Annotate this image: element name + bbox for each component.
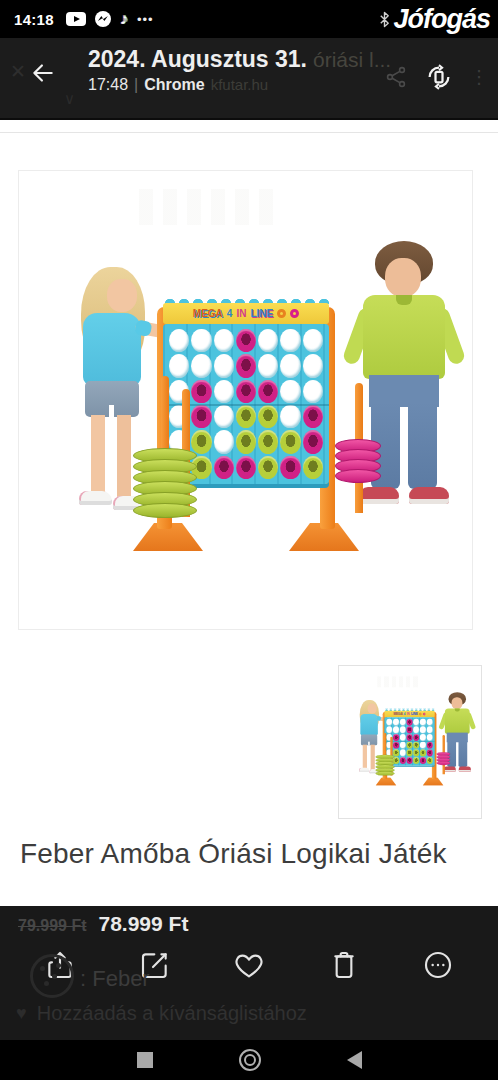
- empty-slot: [303, 354, 323, 377]
- green-disc: [258, 430, 278, 453]
- favorite-icon[interactable]: [233, 949, 265, 981]
- magenta-disc: [393, 734, 399, 741]
- empty-slot: [214, 354, 234, 377]
- empty-slot: [169, 329, 189, 352]
- green-ring: [133, 503, 197, 518]
- clock: 14:18: [14, 11, 54, 28]
- empty-slot: [400, 749, 406, 756]
- ghost-chevron-icon: ∨: [64, 90, 75, 108]
- banner-word: MEGA: [193, 308, 223, 319]
- magenta-disc: [214, 456, 234, 479]
- empty-slot: [427, 726, 433, 733]
- wishlist-label: Hozzáadás a kívánságlistához: [37, 1002, 307, 1025]
- product-photo-scene: MEGA 4 IN LINE: [341, 671, 478, 809]
- price-row: 79.999 Ft 78.999 Ft: [18, 912, 188, 936]
- ghost-brand-logo: [30, 954, 74, 998]
- green-disc: [406, 749, 412, 756]
- youtube-icon: [66, 12, 86, 26]
- delete-icon[interactable]: [328, 949, 360, 981]
- empty-slot: [393, 726, 399, 733]
- banner-word: 4: [227, 308, 233, 319]
- tiktok-icon: ♪: [120, 11, 128, 27]
- empty-slot: [214, 380, 234, 403]
- recents-icon[interactable]: [137, 1052, 153, 1068]
- main-product-photo[interactable]: MEGA 4 IN LINE: [18, 170, 473, 630]
- home-icon[interactable]: [239, 1049, 261, 1071]
- green-disc: [280, 430, 300, 453]
- empty-slot: [303, 380, 323, 403]
- current-price: 78.999 Ft: [98, 912, 188, 936]
- photo-watermark: [139, 189, 279, 225]
- magenta-disc: [420, 757, 426, 764]
- banner-ring-pink: [423, 713, 426, 716]
- photo-toolbar: [0, 936, 498, 994]
- magenta-disc: [303, 430, 323, 453]
- magenta-disc: [406, 734, 412, 741]
- magenta-disc: [191, 405, 211, 428]
- magenta-disc: [393, 742, 399, 749]
- empty-slot: [214, 329, 234, 352]
- banner-word: MEGA: [393, 712, 402, 715]
- boy-head: [385, 258, 421, 297]
- empty-slot: [258, 329, 278, 352]
- banner-ring-orange: [277, 309, 286, 318]
- board-title-banner: MEGA 4 IN LINE: [163, 303, 329, 324]
- green-disc: [191, 430, 211, 453]
- magenta-disc: [427, 749, 433, 756]
- green-disc: [406, 742, 412, 749]
- magenta-disc: [258, 380, 278, 403]
- magenta-disc: [303, 405, 323, 428]
- green-disc: [413, 757, 419, 764]
- photo-date-title: 2024. Augusztus 31.óriási l...: [88, 46, 391, 73]
- pink-rings-stack: [436, 753, 450, 765]
- status-bar: 14:18 ♪ ••• Jófogás: [0, 0, 498, 38]
- green-disc: [236, 430, 256, 453]
- empty-slot: [280, 329, 300, 352]
- empty-slot: [258, 354, 278, 377]
- divider-strip: [0, 120, 498, 170]
- empty-slot: [280, 354, 300, 377]
- banner-word: LINE: [411, 712, 418, 715]
- green-disc: [258, 456, 278, 479]
- photo-time: 17:48: [88, 76, 128, 93]
- wishlist-heart-icon: ♥: [16, 1003, 27, 1024]
- empty-slot: [214, 430, 234, 453]
- photo-watermark: [377, 676, 419, 687]
- empty-slot: [400, 719, 406, 726]
- banner-word: LINE: [250, 308, 273, 319]
- old-price: 79.999 Ft: [18, 917, 86, 935]
- notification-icons: ♪ •••: [66, 11, 154, 27]
- empty-slot: [413, 719, 419, 726]
- product-photo-thumbnail[interactable]: MEGA 4 IN LINE: [338, 665, 482, 819]
- bluetooth-icon: [378, 11, 391, 28]
- empty-slot: [400, 734, 406, 741]
- rotate-screen-icon[interactable]: [424, 62, 454, 92]
- magenta-disc: [236, 456, 256, 479]
- pink-ring: [436, 761, 450, 765]
- bottom-overlay-section: 79.999 Ft 78.999 Ft : Feber ♥ Hozzáadás …: [0, 906, 498, 1040]
- magenta-disc: [427, 742, 433, 749]
- pink-rings-stack: [335, 443, 381, 483]
- boy-shirt: [363, 295, 445, 379]
- empty-slot: [420, 742, 426, 749]
- ghost-wishlist-row: ♥ Hozzáadás a kívánságlistához: [16, 1002, 307, 1025]
- product-photo-scene: MEGA 4 IN LINE: [19, 171, 472, 629]
- ghost-url: kfutar.hu: [211, 76, 269, 93]
- empty-slot: [280, 380, 300, 403]
- empty-slot: [386, 726, 392, 733]
- more-notifications: •••: [137, 12, 154, 27]
- jofogas-logo: Jófogás: [393, 4, 490, 35]
- empty-slot: [386, 719, 392, 726]
- girl-shirt: [83, 313, 141, 385]
- magenta-disc: [406, 726, 412, 733]
- green-disc: [420, 749, 426, 756]
- green-disc: [413, 742, 419, 749]
- banner-word: 4: [404, 712, 406, 715]
- green-disc: [427, 757, 433, 764]
- magenta-disc: [236, 380, 256, 403]
- green-disc: [258, 405, 278, 428]
- empty-slot: [427, 734, 433, 741]
- photo-meta: 17:48|Chromekfutar.hu: [88, 76, 391, 94]
- magenta-disc: [406, 757, 412, 764]
- boy-head: [452, 697, 463, 709]
- girl-shorts: [361, 734, 377, 745]
- messenger-icon: [95, 11, 111, 27]
- empty-slot: [214, 405, 234, 428]
- magenta-disc: [400, 757, 406, 764]
- banner-word: IN: [407, 712, 410, 715]
- magenta-disc: [191, 380, 211, 403]
- product-title: Feber Amőba Óriási Logikai Játék: [20, 836, 460, 872]
- more-icon[interactable]: [422, 949, 454, 981]
- ghost-brand-text: : Feber: [80, 966, 150, 992]
- girl-head: [107, 279, 137, 312]
- empty-slot: [303, 329, 323, 352]
- magenta-disc: [280, 456, 300, 479]
- girl-head: [368, 704, 377, 714]
- green-ring: [375, 771, 394, 776]
- back-arrow-icon[interactable]: [30, 60, 56, 86]
- pink-ring: [335, 469, 381, 483]
- green-disc: [413, 749, 419, 756]
- green-disc: [303, 456, 323, 479]
- share-nodes-icon[interactable]: [384, 65, 408, 89]
- back-icon[interactable]: [347, 1051, 362, 1069]
- phone-screen: 14:18 ♪ ••• Jófogás ✕ ∨ 2024. Augusztus …: [0, 0, 498, 1080]
- empty-slot: [393, 719, 399, 726]
- empty-slot: [191, 354, 211, 377]
- empty-slot: [400, 726, 406, 733]
- empty-slot: [191, 329, 211, 352]
- green-disc: [236, 405, 256, 428]
- empty-slot: [413, 726, 419, 733]
- banner-word: IN: [236, 308, 246, 319]
- empty-slot: [420, 719, 426, 726]
- empty-slot: [400, 742, 406, 749]
- ghost-close-icon: ✕: [10, 60, 26, 83]
- empty-slot: [169, 354, 189, 377]
- empty-slot: [427, 719, 433, 726]
- magenta-disc: [236, 354, 256, 377]
- overflow-menu-icon[interactable]: ⋮: [470, 66, 488, 88]
- source-app: Chrome: [144, 76, 204, 93]
- android-nav-bar: [0, 1040, 498, 1080]
- boy-shirt: [445, 708, 470, 733]
- empty-slot: [420, 734, 426, 741]
- empty-slot: [420, 726, 426, 733]
- green-rings-stack: [133, 452, 197, 518]
- magenta-disc: [236, 329, 256, 352]
- green-rings-stack: [375, 756, 394, 776]
- magenta-disc: [406, 719, 412, 726]
- ghost-page-title: óriási l...: [313, 48, 391, 71]
- girl-shorts: [85, 381, 139, 417]
- magenta-disc: [413, 734, 419, 741]
- photo-viewer-header: ✕ ∨ 2024. Augusztus 31.óriási l... 17:48…: [0, 38, 498, 120]
- banner-ring-pink: [290, 309, 299, 318]
- banner-ring-orange: [419, 713, 422, 716]
- empty-slot: [280, 405, 300, 428]
